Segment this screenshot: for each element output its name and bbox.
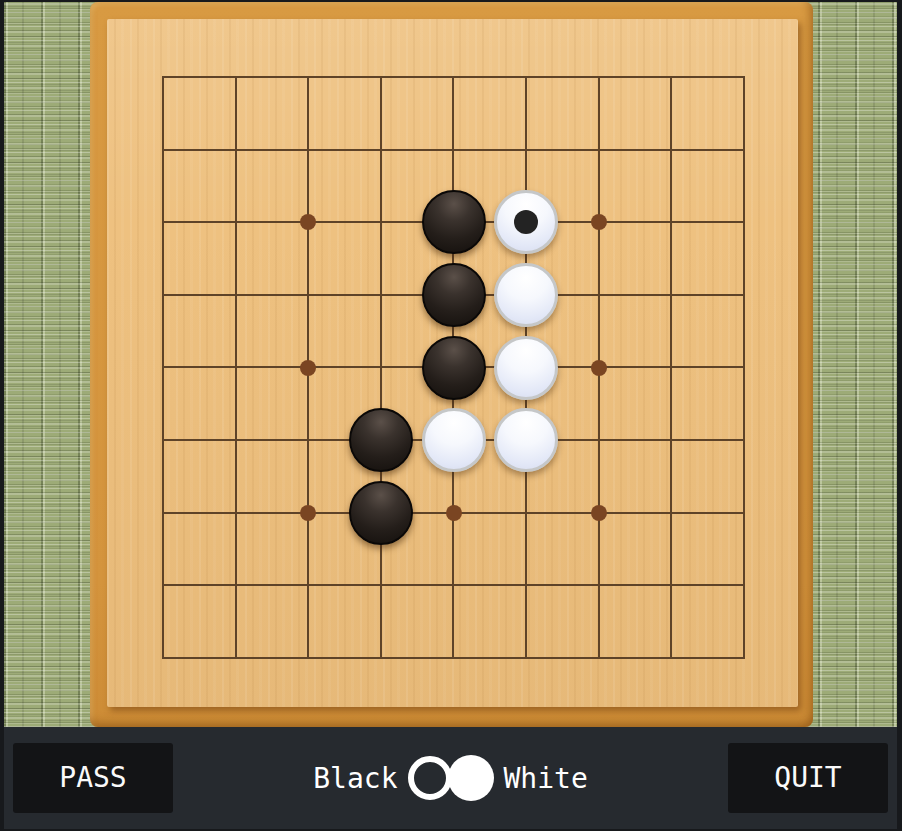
color-toggle-group: Black White bbox=[313, 755, 588, 801]
white-stone[interactable] bbox=[494, 336, 558, 400]
go-game-window: PASS Black White QUIT bbox=[0, 0, 902, 831]
hoshi-point bbox=[591, 214, 607, 230]
pass-button[interactable]: PASS bbox=[13, 743, 173, 813]
black-label: Black bbox=[313, 762, 397, 795]
hoshi-point bbox=[591, 505, 607, 521]
white-stone[interactable] bbox=[494, 408, 558, 472]
hoshi-point bbox=[300, 505, 316, 521]
white-stone[interactable] bbox=[494, 263, 558, 327]
last-move-marker bbox=[514, 210, 538, 234]
black-stone[interactable] bbox=[349, 408, 413, 472]
black-stone[interactable] bbox=[422, 190, 486, 254]
black-stone[interactable] bbox=[422, 263, 486, 327]
white-stone[interactable] bbox=[422, 408, 486, 472]
go-board-frame bbox=[90, 2, 813, 727]
black-stone[interactable] bbox=[422, 336, 486, 400]
hoshi-point bbox=[446, 505, 462, 521]
black-stone-icon bbox=[408, 756, 452, 800]
white-label: White bbox=[504, 762, 588, 795]
black-stone[interactable] bbox=[349, 481, 413, 545]
hoshi-point bbox=[591, 360, 607, 376]
white-stone[interactable] bbox=[494, 190, 558, 254]
hoshi-point bbox=[300, 214, 316, 230]
go-board[interactable] bbox=[107, 19, 798, 707]
board-grid[interactable] bbox=[127, 41, 781, 695]
quit-button[interactable]: QUIT bbox=[728, 743, 888, 813]
hoshi-point bbox=[300, 360, 316, 376]
color-toggle[interactable] bbox=[408, 755, 494, 801]
white-stone-icon bbox=[448, 755, 494, 801]
control-bar: PASS Black White QUIT bbox=[4, 727, 897, 829]
